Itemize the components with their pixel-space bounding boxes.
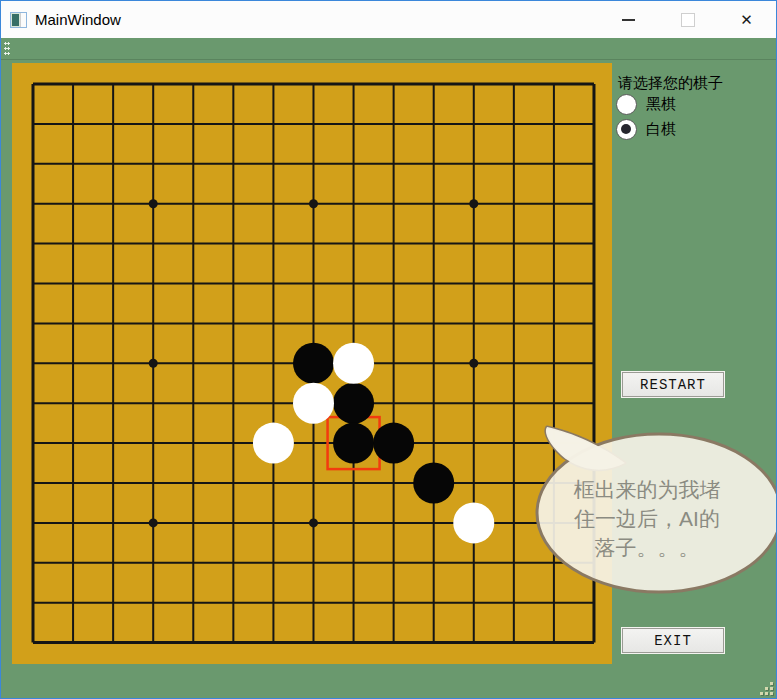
close-button[interactable]: ✕ <box>717 1 776 38</box>
app-window-icon <box>10 12 27 28</box>
bubble-annotation-text: 框出来的为我堵 住一边后，AI的 落子。。。 <box>541 475 753 562</box>
restart-button[interactable]: RESTART <box>622 372 724 397</box>
maximize-button[interactable] <box>658 1 717 38</box>
radio-black-piece[interactable]: 黑棋 <box>616 94 676 115</box>
client-area: 请选择您的棋子 黑棋 白棋 RESTART EXIT 框出来的为我堵 住一边后，… <box>1 38 776 698</box>
minimize-icon <box>622 19 635 21</box>
radio-white-label: 白棋 <box>646 120 676 139</box>
main-window: MainWindow ✕ 请选择您的棋子 黑棋 <box>0 0 777 699</box>
maximize-icon <box>681 13 695 27</box>
bubble-line: 落子。。。 <box>541 533 753 562</box>
bubble-line: 框出来的为我堵 <box>541 475 753 504</box>
titlebar[interactable]: MainWindow ✕ <box>1 1 776 38</box>
exit-button[interactable]: EXIT <box>622 628 724 653</box>
radio-black-indicator[interactable] <box>616 94 637 115</box>
radio-white-piece[interactable]: 白棋 <box>616 119 676 140</box>
radio-white-indicator[interactable] <box>616 119 637 140</box>
resize-grip-icon[interactable] <box>757 679 773 695</box>
drag-handle-icon[interactable] <box>4 41 10 56</box>
bubble-line: 住一边后，AI的 <box>541 504 753 533</box>
radio-black-label: 黑棋 <box>646 95 676 114</box>
toolbar <box>1 38 776 60</box>
close-icon: ✕ <box>740 12 753 27</box>
window-title: MainWindow <box>35 11 121 28</box>
piece-select-prompt: 请选择您的棋子 <box>618 74 723 93</box>
minimize-button[interactable] <box>599 1 658 38</box>
